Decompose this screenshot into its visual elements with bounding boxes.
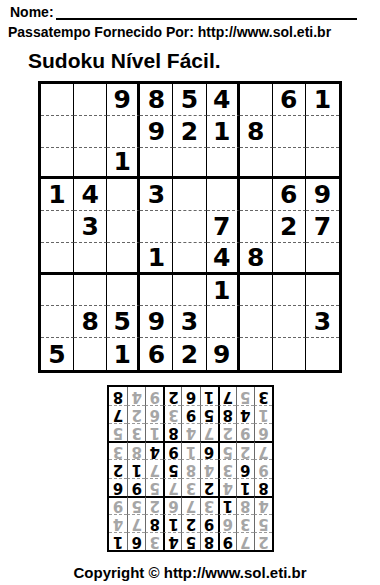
solution-cell-r3c8: 5: [127, 496, 145, 514]
cell-r1c7[interactable]: [240, 84, 273, 116]
cell-r9c2[interactable]: [74, 338, 107, 370]
cell-r1c8[interactable]: 6: [273, 84, 306, 116]
cell-r5c5[interactable]: [173, 211, 206, 243]
cell-r8c8[interactable]: [273, 306, 306, 338]
solution-cell-r6c5: 1: [181, 441, 199, 459]
cell-r3c3[interactable]: 1: [107, 148, 140, 180]
solution-cell-r7c3: 2: [217, 423, 235, 441]
cell-r6c4[interactable]: 1: [140, 243, 173, 275]
copyright-text: Copyright © http://www.sol.eti.br: [0, 564, 380, 581]
solution-cell-r6c9: 3: [109, 441, 127, 459]
cell-r4c9[interactable]: 9: [306, 179, 339, 211]
cell-r5c1[interactable]: [41, 211, 74, 243]
cell-r1c5[interactable]: 5: [173, 84, 206, 116]
solution-cell-r6c2: 2: [235, 441, 253, 459]
solution-cell-r5c6: 5: [163, 459, 181, 477]
solution-cell-r2c1: 5: [253, 514, 271, 532]
solution-cell-r3c6: 6: [163, 496, 181, 514]
cell-r4c4[interactable]: 3: [140, 179, 173, 211]
cell-r4c6[interactable]: [207, 179, 240, 211]
cell-r4c3[interactable]: [107, 179, 140, 211]
solution-cell-r5c7: 7: [145, 459, 163, 477]
main-grid: 9854619218114369372714818593351629: [38, 81, 342, 373]
solution-cell-r1c6: 4: [163, 532, 181, 550]
solution-cell-r3c2: 8: [235, 496, 253, 514]
solution-cell-r8c3: 8: [217, 405, 235, 423]
cell-r9c6[interactable]: 9: [207, 338, 240, 370]
solution-cell-r7c8: 3: [127, 423, 145, 441]
cell-r7c8[interactable]: [273, 275, 306, 307]
solution-cell-r5c8: 1: [127, 459, 145, 477]
solution-cell-r7c1: 6: [253, 423, 271, 441]
cell-r9c9[interactable]: [306, 338, 339, 370]
cell-r8c3[interactable]: 5: [107, 306, 140, 338]
cell-r7c9[interactable]: [306, 275, 339, 307]
solution-cell-r9c5: 6: [181, 387, 199, 405]
cell-r8c5[interactable]: 3: [173, 306, 206, 338]
solution-cell-r4c5: 3: [181, 478, 199, 496]
cell-r6c6[interactable]: 4: [207, 243, 240, 275]
solution-cell-r6c6: 9: [163, 441, 181, 459]
cell-r5c8[interactable]: 2: [273, 211, 306, 243]
cell-r5c6[interactable]: 7: [207, 211, 240, 243]
solution-cell-r6c1: 7: [253, 441, 271, 459]
solution-cell-r2c7: 8: [145, 514, 163, 532]
solution-cell-r9c7: 9: [145, 387, 163, 405]
cell-r3c9[interactable]: [306, 148, 339, 180]
cell-r4c5[interactable]: [173, 179, 206, 211]
solution-cell-r5c3: 3: [217, 459, 235, 477]
cell-r4c8[interactable]: 6: [273, 179, 306, 211]
cell-r7c1[interactable]: [41, 275, 74, 307]
solution-cell-r8c7: 6: [145, 405, 163, 423]
cell-r2c2[interactable]: [74, 116, 107, 148]
cell-r1c3[interactable]: 9: [107, 84, 140, 116]
cell-r5c3[interactable]: [107, 211, 140, 243]
provider-text: Passatempo Fornecido Por: http://www.sol…: [8, 24, 372, 40]
solution-cell-r1c1: 2: [253, 532, 271, 550]
solution-cell-r8c2: 4: [235, 405, 253, 423]
solution-cell-r1c8: 6: [127, 532, 145, 550]
solution-cell-r3c7: 2: [145, 496, 163, 514]
solution-cell-r3c3: 1: [217, 496, 235, 514]
solution-cell-r7c5: 4: [181, 423, 199, 441]
cell-r6c3[interactable]: [107, 243, 140, 275]
solution-cell-r1c2: 7: [235, 532, 253, 550]
solution-cell-r1c5: 5: [181, 532, 199, 550]
cell-r3c7[interactable]: [240, 148, 273, 180]
cell-r7c4[interactable]: [140, 275, 173, 307]
solution-cell-r2c9: 4: [109, 514, 127, 532]
cell-r1c1[interactable]: [41, 84, 74, 116]
solution-cell-r4c1: 8: [253, 478, 271, 496]
cell-r6c8[interactable]: [273, 243, 306, 275]
solution-cell-r2c4: 9: [199, 514, 217, 532]
cell-r1c6[interactable]: 4: [207, 84, 240, 116]
solution-cell-r1c4: 8: [199, 532, 217, 550]
cell-r8c7[interactable]: [240, 306, 273, 338]
solution-cell-r4c2: 1: [235, 478, 253, 496]
solution-cell-r9c3: 7: [217, 387, 235, 405]
cell-r7c5[interactable]: [173, 275, 206, 307]
solution-cell-r2c5: 2: [181, 514, 199, 532]
cell-r2c7[interactable]: 8: [240, 116, 273, 148]
cell-r8c4[interactable]: 9: [140, 306, 173, 338]
solution-cell-r1c7: 3: [145, 532, 163, 550]
cell-r6c1[interactable]: [41, 243, 74, 275]
cell-r3c8[interactable]: [273, 148, 306, 180]
solution-cell-r4c7: 5: [145, 478, 163, 496]
solution-cell-r8c8: 2: [127, 405, 145, 423]
solution-cell-r8c4: 5: [199, 405, 217, 423]
cell-r4c2[interactable]: 4: [74, 179, 107, 211]
cell-r3c2[interactable]: [74, 148, 107, 180]
solution-cell-r4c8: 9: [127, 478, 145, 496]
solution-cell-r9c8: 4: [127, 387, 145, 405]
solution-cell-r3c9: 9: [109, 496, 127, 514]
cell-r3c6[interactable]: [207, 148, 240, 180]
solution-cell-r9c9: 8: [109, 387, 127, 405]
solution-cell-r5c1: 9: [253, 459, 271, 477]
cell-r9c4[interactable]: 6: [140, 338, 173, 370]
cell-r7c7[interactable]: [240, 275, 273, 307]
solution-cell-r9c4: 1: [199, 387, 217, 405]
solution-cell-r1c3: 9: [217, 532, 235, 550]
cell-r9c1[interactable]: 5: [41, 338, 74, 370]
solution-cell-r5c9: 2: [109, 459, 127, 477]
solution-cell-r3c5: 7: [181, 496, 199, 514]
cell-r2c6[interactable]: 1: [207, 116, 240, 148]
solution-cell-r4c9: 6: [109, 478, 127, 496]
solution-grid: 2798543615369218744813762598142375969634…: [107, 385, 274, 552]
cell-r1c4[interactable]: 8: [140, 84, 173, 116]
solution-cell-r5c2: 6: [235, 459, 253, 477]
cell-r5c2[interactable]: 3: [74, 211, 107, 243]
cell-r2c5[interactable]: 2: [173, 116, 206, 148]
cell-r5c4[interactable]: [140, 211, 173, 243]
cell-r2c4[interactable]: 9: [140, 116, 173, 148]
cell-r2c8[interactable]: [273, 116, 306, 148]
solution-cell-r7c2: 9: [235, 423, 253, 441]
solution-cell-r7c7: 1: [145, 423, 163, 441]
solution-cell-r5c4: 4: [199, 459, 217, 477]
cell-r8c2[interactable]: 8: [74, 306, 107, 338]
solution-cell-r7c9: 5: [109, 423, 127, 441]
name-blank-line: [56, 4, 357, 20]
solution-cell-r7c4: 7: [199, 423, 217, 441]
solution-cell-r2c8: 7: [127, 514, 145, 532]
solution-cell-r6c3: 5: [217, 441, 235, 459]
cell-r4c1[interactable]: 1: [41, 179, 74, 211]
cell-r7c6[interactable]: 1: [207, 275, 240, 307]
cell-r3c1[interactable]: [41, 148, 74, 180]
cell-r3c4[interactable]: [140, 148, 173, 180]
solution-cell-r6c8: 8: [127, 441, 145, 459]
cell-r6c9[interactable]: [306, 243, 339, 275]
cell-r5c7[interactable]: [240, 211, 273, 243]
cell-r2c9[interactable]: [306, 116, 339, 148]
solution-cell-r5c5: 8: [181, 459, 199, 477]
solution-wrap: 2798543615369218744813762598142375969634…: [0, 385, 380, 552]
solution-cell-r9c2: 5: [235, 387, 253, 405]
cell-r1c9[interactable]: 1: [306, 84, 339, 116]
cell-r3c5[interactable]: [173, 148, 206, 180]
cell-r6c5[interactable]: [173, 243, 206, 275]
cell-r5c9[interactable]: 7: [306, 211, 339, 243]
cell-r8c6[interactable]: [207, 306, 240, 338]
cell-r1c2[interactable]: [74, 84, 107, 116]
solution-cell-r4c6: 7: [163, 478, 181, 496]
solution-cell-r2c2: 3: [235, 514, 253, 532]
cell-r8c9[interactable]: 3: [306, 306, 339, 338]
solution-cell-r8c1: 1: [253, 405, 271, 423]
cell-r9c8[interactable]: [273, 338, 306, 370]
cell-r9c3[interactable]: 1: [107, 338, 140, 370]
solution-cell-r4c3: 4: [217, 478, 235, 496]
solution-cell-r8c6: 3: [163, 405, 181, 423]
solution-cell-r3c4: 3: [199, 496, 217, 514]
solution-cell-r7c6: 8: [163, 423, 181, 441]
name-label: Nome:: [10, 4, 54, 20]
solution-cell-r8c5: 9: [181, 405, 199, 423]
solution-cell-r6c7: 4: [145, 441, 163, 459]
solution-cell-r1c9: 1: [109, 532, 127, 550]
cell-r7c2[interactable]: [74, 275, 107, 307]
cell-r6c2[interactable]: [74, 243, 107, 275]
cell-r8c1[interactable]: [41, 306, 74, 338]
cell-r4c7[interactable]: [240, 179, 273, 211]
cell-r7c3[interactable]: [107, 275, 140, 307]
cell-r2c1[interactable]: [41, 116, 74, 148]
page-title: Sudoku Nível Fácil.: [28, 49, 380, 73]
solution-cell-r2c3: 6: [217, 514, 235, 532]
solution-cell-r9c1: 3: [253, 387, 271, 405]
solution-cell-r8c9: 7: [109, 405, 127, 423]
cell-r6c7[interactable]: 8: [240, 243, 273, 275]
cell-r2c3[interactable]: [107, 116, 140, 148]
name-row: Nome:: [10, 4, 357, 20]
solution-cell-r6c4: 6: [199, 441, 217, 459]
cell-r9c7[interactable]: [240, 338, 273, 370]
solution-cell-r3c1: 4: [253, 496, 271, 514]
cell-r9c5[interactable]: 2: [173, 338, 206, 370]
solution-cell-r4c4: 2: [199, 478, 217, 496]
solution-cell-r2c6: 1: [163, 514, 181, 532]
solution-cell-r9c6: 2: [163, 387, 181, 405]
